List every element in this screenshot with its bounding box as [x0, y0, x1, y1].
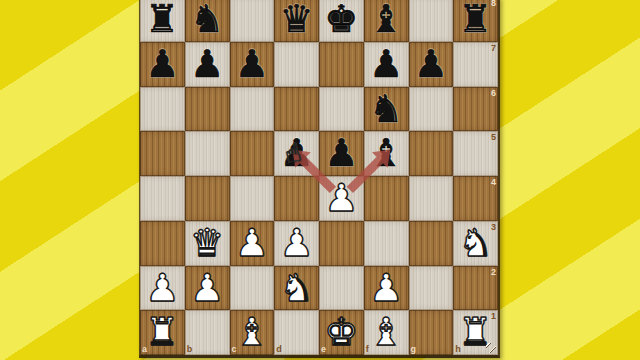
square-e2[interactable] — [319, 266, 364, 311]
square-g2[interactable] — [409, 266, 454, 311]
square-c3[interactable]: ♟ — [230, 221, 275, 266]
file-label-g: g — [411, 344, 417, 354]
file-label-d: d — [276, 344, 282, 354]
square-a6[interactable] — [140, 87, 185, 132]
black-knight-f6[interactable]: ♞ — [364, 87, 409, 132]
square-b6[interactable] — [185, 87, 230, 132]
black-rook-h8[interactable]: ♜ — [453, 0, 498, 42]
square-a4[interactable] — [140, 176, 185, 221]
square-a7[interactable]: ♟ — [140, 42, 185, 87]
square-e1[interactable]: ♚e — [319, 310, 364, 355]
black-bishop-f5[interactable]: ♝ — [364, 131, 409, 176]
square-h5[interactable]: 5 — [453, 131, 498, 176]
white-bishop-c1[interactable]: ♝ — [230, 310, 275, 355]
square-d7[interactable] — [274, 42, 319, 87]
rank-label-4: 4 — [491, 177, 496, 187]
square-a3[interactable] — [140, 221, 185, 266]
black-pawn-d5[interactable]: ♟ — [274, 131, 319, 176]
black-king-e8[interactable]: ♚ — [319, 0, 364, 42]
square-h8[interactable]: ♜8 — [453, 0, 498, 42]
square-g5[interactable] — [409, 131, 454, 176]
white-bishop-f1[interactable]: ♝ — [364, 310, 409, 355]
rank-label-2: 2 — [491, 267, 496, 277]
screen: ♜♞♛♚♝♜8♟♟♟♟♟7♞6♟♟♝5♟4♛♟♟♞3♟♟♞♟2♜ab♝cd♚e♝… — [0, 0, 640, 360]
square-c7[interactable]: ♟ — [230, 42, 275, 87]
white-pawn-f2[interactable]: ♟ — [364, 266, 409, 311]
black-pawn-c7[interactable]: ♟ — [230, 42, 275, 87]
square-e6[interactable] — [319, 87, 364, 132]
square-f7[interactable]: ♟ — [364, 42, 409, 87]
square-f3[interactable] — [364, 221, 409, 266]
square-f4[interactable] — [364, 176, 409, 221]
square-d6[interactable] — [274, 87, 319, 132]
square-g8[interactable] — [409, 0, 454, 42]
square-c2[interactable] — [230, 266, 275, 311]
square-b5[interactable] — [185, 131, 230, 176]
square-g4[interactable] — [409, 176, 454, 221]
white-king-e1[interactable]: ♚ — [319, 310, 364, 355]
white-pawn-c3[interactable]: ♟ — [230, 221, 275, 266]
square-h7[interactable]: 7 — [453, 42, 498, 87]
square-g1[interactable]: g — [409, 310, 454, 355]
square-b3[interactable]: ♛ — [185, 221, 230, 266]
square-g3[interactable] — [409, 221, 454, 266]
square-e5[interactable]: ♟ — [319, 131, 364, 176]
square-h2[interactable]: 2 — [453, 266, 498, 311]
square-f6[interactable]: ♞ — [364, 87, 409, 132]
square-f5[interactable]: ♝ — [364, 131, 409, 176]
square-d5[interactable]: ♟ — [274, 131, 319, 176]
square-e8[interactable]: ♚ — [319, 0, 364, 42]
square-a8[interactable]: ♜ — [140, 0, 185, 42]
resize-handle-icon[interactable] — [486, 343, 496, 353]
white-rook-a1[interactable]: ♜ — [140, 310, 185, 355]
white-queen-b3[interactable]: ♛ — [185, 221, 230, 266]
rank-label-6: 6 — [491, 88, 496, 98]
black-queen-d8[interactable]: ♛ — [274, 0, 319, 42]
square-f2[interactable]: ♟ — [364, 266, 409, 311]
black-pawn-f7[interactable]: ♟ — [364, 42, 409, 87]
square-h4[interactable]: 4 — [453, 176, 498, 221]
square-g7[interactable]: ♟ — [409, 42, 454, 87]
square-d3[interactable]: ♟ — [274, 221, 319, 266]
square-a1[interactable]: ♜a — [140, 310, 185, 355]
black-bishop-f8[interactable]: ♝ — [364, 0, 409, 42]
square-c5[interactable] — [230, 131, 275, 176]
square-c6[interactable] — [230, 87, 275, 132]
square-e3[interactable] — [319, 221, 364, 266]
square-b8[interactable]: ♞ — [185, 0, 230, 42]
square-h3[interactable]: ♞3 — [453, 221, 498, 266]
white-pawn-a2[interactable]: ♟ — [140, 266, 185, 311]
square-c1[interactable]: ♝c — [230, 310, 275, 355]
black-pawn-a7[interactable]: ♟ — [140, 42, 185, 87]
rank-label-7: 7 — [491, 43, 496, 53]
file-label-b: b — [187, 344, 193, 354]
black-pawn-e5[interactable]: ♟ — [319, 131, 364, 176]
board-grid: ♜♞♛♚♝♜8♟♟♟♟♟7♞6♟♟♝5♟4♛♟♟♞3♟♟♞♟2♜ab♝cd♚e♝… — [140, 0, 498, 355]
square-b1[interactable]: b — [185, 310, 230, 355]
square-f8[interactable]: ♝ — [364, 0, 409, 42]
white-pawn-e4[interactable]: ♟ — [319, 176, 364, 221]
white-knight-d2[interactable]: ♞ — [274, 266, 319, 311]
black-pawn-g7[interactable]: ♟ — [409, 42, 454, 87]
square-a2[interactable]: ♟ — [140, 266, 185, 311]
square-c8[interactable] — [230, 0, 275, 42]
square-b2[interactable]: ♟ — [185, 266, 230, 311]
square-d2[interactable]: ♞ — [274, 266, 319, 311]
rank-label-5: 5 — [491, 132, 496, 142]
white-knight-h3[interactable]: ♞ — [453, 221, 498, 266]
square-e4[interactable]: ♟ — [319, 176, 364, 221]
square-f1[interactable]: ♝f — [364, 310, 409, 355]
black-pawn-b7[interactable]: ♟ — [185, 42, 230, 87]
square-c4[interactable] — [230, 176, 275, 221]
square-h6[interactable]: 6 — [453, 87, 498, 132]
square-d1[interactable]: d — [274, 310, 319, 355]
square-a5[interactable] — [140, 131, 185, 176]
square-e7[interactable] — [319, 42, 364, 87]
white-pawn-d3[interactable]: ♟ — [274, 221, 319, 266]
white-pawn-b2[interactable]: ♟ — [185, 266, 230, 311]
black-knight-b8[interactable]: ♞ — [185, 0, 230, 42]
square-b7[interactable]: ♟ — [185, 42, 230, 87]
chess-board: ♜♞♛♚♝♜8♟♟♟♟♟7♞6♟♟♝5♟4♛♟♟♞3♟♟♞♟2♜ab♝cd♚e♝… — [139, 0, 500, 358]
square-d8[interactable]: ♛ — [274, 0, 319, 42]
square-b4[interactable] — [185, 176, 230, 221]
square-d4[interactable] — [274, 176, 319, 221]
square-g6[interactable] — [409, 87, 454, 132]
black-rook-a8[interactable]: ♜ — [140, 0, 185, 42]
